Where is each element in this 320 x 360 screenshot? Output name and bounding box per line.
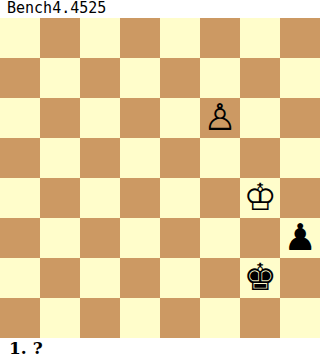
square-h2[interactable] <box>280 258 320 298</box>
square-a4[interactable] <box>0 178 40 218</box>
square-c8[interactable] <box>80 18 120 58</box>
square-a8[interactable] <box>0 18 40 58</box>
square-h4[interactable] <box>280 178 320 218</box>
square-a1[interactable] <box>0 298 40 338</box>
square-e5[interactable] <box>160 138 200 178</box>
square-g6[interactable] <box>240 98 280 138</box>
square-d8[interactable] <box>120 18 160 58</box>
black-pawn-h3[interactable]: ♟ <box>280 218 320 258</box>
square-a2[interactable] <box>0 258 40 298</box>
square-f7[interactable] <box>200 58 240 98</box>
square-a7[interactable] <box>0 58 40 98</box>
square-c5[interactable] <box>80 138 120 178</box>
square-e7[interactable] <box>160 58 200 98</box>
square-e3[interactable] <box>160 218 200 258</box>
square-c3[interactable] <box>80 218 120 258</box>
square-g4[interactable]: ♔ <box>240 178 280 218</box>
square-g8[interactable] <box>240 18 280 58</box>
square-f6[interactable]: ♙ <box>200 98 240 138</box>
square-h3[interactable]: ♟ <box>280 218 320 258</box>
white-king-g4[interactable]: ♔ <box>240 178 280 218</box>
square-h1[interactable] <box>280 298 320 338</box>
square-g3[interactable] <box>240 218 280 258</box>
square-g2[interactable]: ♚ <box>240 258 280 298</box>
chess-board: ♙♔♟♚ <box>0 18 320 338</box>
square-h5[interactable] <box>280 138 320 178</box>
black-king-g2[interactable]: ♚ <box>240 258 280 298</box>
square-b8[interactable] <box>40 18 80 58</box>
square-d5[interactable] <box>120 138 160 178</box>
square-d3[interactable] <box>120 218 160 258</box>
square-c6[interactable] <box>80 98 120 138</box>
square-d7[interactable] <box>120 58 160 98</box>
white-pawn-f6[interactable]: ♙ <box>200 98 240 138</box>
square-c1[interactable] <box>80 298 120 338</box>
square-f2[interactable] <box>200 258 240 298</box>
square-h8[interactable] <box>280 18 320 58</box>
square-e2[interactable] <box>160 258 200 298</box>
square-g1[interactable] <box>240 298 280 338</box>
square-b3[interactable] <box>40 218 80 258</box>
square-g5[interactable] <box>240 138 280 178</box>
square-d1[interactable] <box>120 298 160 338</box>
square-c7[interactable] <box>80 58 120 98</box>
square-c2[interactable] <box>80 258 120 298</box>
square-d4[interactable] <box>120 178 160 218</box>
move-prompt: 1. ? <box>0 338 320 360</box>
square-d2[interactable] <box>120 258 160 298</box>
square-c4[interactable] <box>80 178 120 218</box>
window-title: Bench4.4525 <box>0 0 320 18</box>
square-g7[interactable] <box>240 58 280 98</box>
square-h7[interactable] <box>280 58 320 98</box>
square-e6[interactable] <box>160 98 200 138</box>
square-b6[interactable] <box>40 98 80 138</box>
square-b2[interactable] <box>40 258 80 298</box>
square-e4[interactable] <box>160 178 200 218</box>
square-f4[interactable] <box>200 178 240 218</box>
square-b7[interactable] <box>40 58 80 98</box>
square-d6[interactable] <box>120 98 160 138</box>
square-b1[interactable] <box>40 298 80 338</box>
square-f5[interactable] <box>200 138 240 178</box>
square-b4[interactable] <box>40 178 80 218</box>
square-a5[interactable] <box>0 138 40 178</box>
square-a6[interactable] <box>0 98 40 138</box>
square-e1[interactable] <box>160 298 200 338</box>
square-a3[interactable] <box>0 218 40 258</box>
square-f8[interactable] <box>200 18 240 58</box>
square-e8[interactable] <box>160 18 200 58</box>
square-h6[interactable] <box>280 98 320 138</box>
square-b5[interactable] <box>40 138 80 178</box>
square-f3[interactable] <box>200 218 240 258</box>
square-f1[interactable] <box>200 298 240 338</box>
